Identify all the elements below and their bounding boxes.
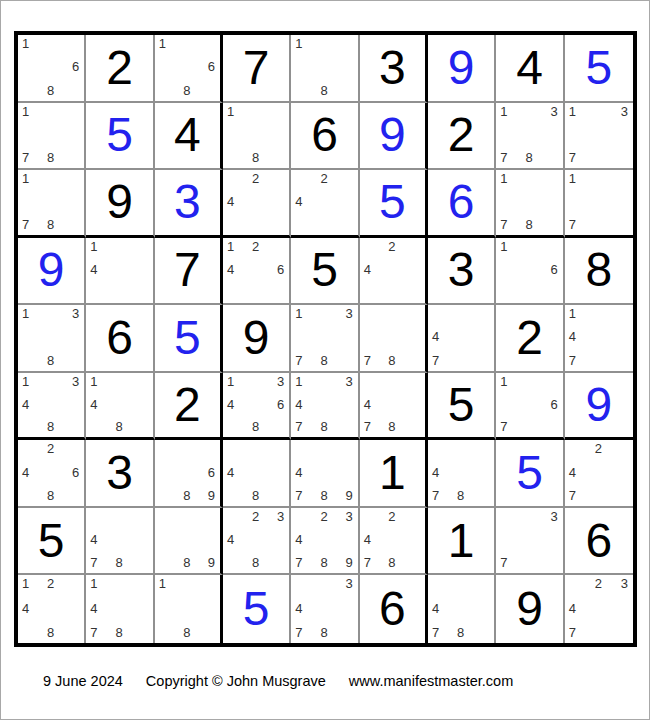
cell-r4c6[interactable]: 24 bbox=[360, 238, 428, 306]
candidate-digit: 7 bbox=[500, 556, 507, 569]
candidates: 4789 bbox=[295, 442, 352, 502]
candidate-digit: 1 bbox=[90, 375, 97, 388]
candidates: 1246 bbox=[227, 240, 284, 300]
cell-value: 9 bbox=[585, 381, 612, 429]
candidate-digit: 1 bbox=[22, 37, 29, 50]
candidate-digit: 3 bbox=[550, 105, 557, 118]
candidate-digit: 3 bbox=[345, 307, 352, 320]
candidate-digit: 1 bbox=[569, 307, 576, 320]
cell-r7c3[interactable]: 689 bbox=[155, 440, 223, 508]
cell-value: 5 bbox=[311, 246, 338, 294]
candidate-digit: 8 bbox=[183, 626, 190, 639]
candidate-digit: 3 bbox=[621, 105, 628, 118]
cell-r3c6[interactable]: 5 bbox=[360, 170, 428, 238]
candidate-digit: 4 bbox=[569, 466, 576, 479]
cell-value: 7 bbox=[174, 246, 201, 294]
candidate-digit: 8 bbox=[183, 84, 190, 97]
candidate-digit: 9 bbox=[208, 489, 215, 502]
candidate-digit: 4 bbox=[295, 466, 302, 479]
cell-r7c6[interactable]: 1 bbox=[360, 440, 428, 508]
cell-r9c1[interactable]: 1248 bbox=[18, 575, 86, 643]
candidate-digit: 1 bbox=[295, 37, 302, 50]
candidate-digit: 7 bbox=[500, 218, 507, 231]
candidate-digit: 1 bbox=[227, 240, 234, 253]
cell-r5c6[interactable]: 78 bbox=[360, 305, 428, 373]
candidate-digit: 3 bbox=[277, 510, 284, 523]
cell-r9c6[interactable]: 6 bbox=[360, 575, 428, 643]
cell-value: 6 bbox=[106, 314, 133, 362]
candidate-digit: 8 bbox=[47, 151, 54, 164]
cell-value: 2 bbox=[106, 44, 133, 92]
cell-r3c1[interactable]: 178 bbox=[18, 170, 86, 238]
footer: 9 June 2024 Copyright © John Musgrave ww… bbox=[43, 673, 513, 689]
cell-value: 9 bbox=[243, 314, 270, 362]
candidate-digit: 8 bbox=[320, 420, 327, 433]
cell-r5c3[interactable]: 5 bbox=[155, 305, 223, 373]
candidate-digit: 8 bbox=[115, 626, 122, 639]
cell-r4c3[interactable]: 7 bbox=[155, 238, 223, 306]
cell-r2c1[interactable]: 178 bbox=[18, 103, 86, 171]
cell-r1c1[interactable]: 168 bbox=[18, 35, 86, 103]
candidate-digit: 3 bbox=[277, 375, 284, 388]
candidates: 13468 bbox=[227, 375, 284, 434]
candidate-digit: 4 bbox=[569, 602, 576, 615]
cell-r8c9[interactable]: 6 bbox=[565, 508, 633, 576]
candidates: 178 bbox=[500, 172, 557, 231]
cell-value: 2 bbox=[516, 314, 543, 362]
candidate-digit: 3 bbox=[345, 510, 352, 523]
cell-value: 9 bbox=[38, 246, 65, 294]
candidate-digit: 4 bbox=[364, 533, 371, 546]
candidate-digit: 8 bbox=[47, 626, 54, 639]
candidate-digit: 7 bbox=[295, 489, 302, 502]
cell-value: 9 bbox=[516, 585, 543, 633]
candidate-digit: 7 bbox=[569, 151, 576, 164]
cell-r8c6[interactable]: 2478 bbox=[360, 508, 428, 576]
candidates: 78 bbox=[364, 307, 420, 367]
cell-r7c4[interactable]: 48 bbox=[223, 440, 291, 508]
cell-r6c6[interactable]: 478 bbox=[360, 373, 428, 441]
cell-r3c9[interactable]: 17 bbox=[565, 170, 633, 238]
candidate-digit: 7 bbox=[295, 420, 302, 433]
candidate-digit: 6 bbox=[208, 466, 215, 479]
candidates: 47 bbox=[432, 307, 489, 367]
candidate-digit: 3 bbox=[345, 375, 352, 388]
cell-r7c1[interactable]: 2468 bbox=[18, 440, 86, 508]
cell-r5c4[interactable]: 9 bbox=[223, 305, 291, 373]
candidate-digit: 4 bbox=[569, 330, 576, 343]
candidate-digit: 8 bbox=[388, 420, 395, 433]
candidates: 37 bbox=[500, 510, 557, 570]
candidate-digit: 8 bbox=[47, 420, 54, 433]
cell-value: 2 bbox=[448, 111, 475, 159]
cell-r5c7[interactable]: 47 bbox=[428, 305, 496, 373]
cell-r2c4[interactable]: 18 bbox=[223, 103, 291, 171]
candidate-digit: 1 bbox=[295, 375, 302, 388]
cell-r5c2[interactable]: 6 bbox=[86, 305, 154, 373]
cell-value: 5 bbox=[106, 111, 133, 159]
candidate-digit: 4 bbox=[227, 263, 234, 276]
sudoku-page: { "game": "sudoku", "position": { "curre… bbox=[0, 0, 650, 720]
cell-r7c9[interactable]: 247 bbox=[565, 440, 633, 508]
cell-r4c1[interactable]: 9 bbox=[18, 238, 86, 306]
candidate-digit: 1 bbox=[500, 375, 507, 388]
candidate-digit: 8 bbox=[252, 556, 259, 569]
cell-r6c5[interactable]: 13478 bbox=[291, 373, 359, 441]
candidate-digit: 1 bbox=[569, 105, 576, 118]
cell-r4c8[interactable]: 16 bbox=[496, 238, 564, 306]
cell-r6c2[interactable]: 148 bbox=[86, 373, 154, 441]
cell-r6c4[interactable]: 13468 bbox=[223, 373, 291, 441]
candidates: 137 bbox=[569, 105, 628, 165]
candidates: 478 bbox=[432, 577, 489, 639]
cell-r1c7[interactable]: 9 bbox=[428, 35, 496, 103]
cell-r7c2[interactable]: 3 bbox=[86, 440, 154, 508]
candidates: 2348 bbox=[227, 510, 284, 570]
candidate-digit: 7 bbox=[569, 354, 576, 367]
candidate-digit: 1 bbox=[22, 172, 29, 185]
cell-r6c3[interactable]: 2 bbox=[155, 373, 223, 441]
candidate-digit: 4 bbox=[295, 398, 302, 411]
candidate-digit: 3 bbox=[345, 577, 352, 590]
candidate-digit: 7 bbox=[432, 354, 439, 367]
candidate-digit: 4 bbox=[90, 533, 97, 546]
candidate-digit: 8 bbox=[47, 489, 54, 502]
candidate-digit: 6 bbox=[277, 398, 284, 411]
candidates: 24 bbox=[364, 240, 420, 300]
candidates: 89 bbox=[159, 510, 215, 570]
candidate-digit: 8 bbox=[115, 556, 122, 569]
candidate-digit: 7 bbox=[90, 556, 97, 569]
cell-value: 5 bbox=[516, 449, 543, 497]
cell-r3c3[interactable]: 3 bbox=[155, 170, 223, 238]
candidate-digit: 1 bbox=[227, 375, 234, 388]
cell-value: 5 bbox=[243, 585, 270, 633]
cell-r1c5[interactable]: 18 bbox=[291, 35, 359, 103]
cell-r9c8[interactable]: 9 bbox=[496, 575, 564, 643]
candidate-digit: 8 bbox=[47, 218, 54, 231]
candidate-digit: 8 bbox=[320, 489, 327, 502]
cell-value: 4 bbox=[174, 111, 201, 159]
candidate-digit: 4 bbox=[227, 533, 234, 546]
candidates: 148 bbox=[90, 375, 147, 434]
candidate-digit: 6 bbox=[72, 60, 79, 73]
cell-r2c7[interactable]: 2 bbox=[428, 103, 496, 171]
cell-r9c5[interactable]: 3478 bbox=[291, 575, 359, 643]
candidate-digit: 8 bbox=[252, 420, 259, 433]
candidate-digit: 7 bbox=[364, 556, 371, 569]
candidate-digit: 7 bbox=[364, 420, 371, 433]
candidate-digit: 9 bbox=[345, 489, 352, 502]
cell-value: 2 bbox=[174, 381, 201, 429]
cell-r1c4[interactable]: 7 bbox=[223, 35, 291, 103]
candidate-digit: 4 bbox=[22, 466, 29, 479]
candidate-digit: 1 bbox=[227, 105, 234, 118]
cell-value: 3 bbox=[174, 178, 201, 226]
cell-r2c5[interactable]: 6 bbox=[291, 103, 359, 171]
candidate-digit: 4 bbox=[227, 398, 234, 411]
cell-r3c8[interactable]: 178 bbox=[496, 170, 564, 238]
candidate-digit: 3 bbox=[72, 307, 79, 320]
cell-value: 8 bbox=[585, 246, 612, 294]
candidates: 168 bbox=[159, 37, 215, 97]
candidates: 2468 bbox=[22, 442, 79, 502]
candidate-digit: 7 bbox=[22, 218, 29, 231]
candidate-digit: 3 bbox=[621, 577, 628, 590]
cell-r2c3[interactable]: 4 bbox=[155, 103, 223, 171]
candidate-digit: 4 bbox=[295, 602, 302, 615]
cell-value: 9 bbox=[448, 44, 475, 92]
candidates: 16 bbox=[500, 240, 557, 300]
footer-date: 9 June 2024 bbox=[43, 673, 123, 689]
cell-r2c6[interactable]: 9 bbox=[360, 103, 428, 171]
candidate-digit: 4 bbox=[90, 602, 97, 615]
candidates: 247 bbox=[569, 442, 628, 502]
candidate-digit: 7 bbox=[500, 151, 507, 164]
candidate-digit: 3 bbox=[72, 375, 79, 388]
candidate-digit: 9 bbox=[345, 556, 352, 569]
cell-value: 5 bbox=[379, 178, 406, 226]
cell-r2c2[interactable]: 5 bbox=[86, 103, 154, 171]
candidate-digit: 8 bbox=[457, 626, 464, 639]
footer-copyright: Copyright © John Musgrave bbox=[146, 673, 326, 689]
candidate-digit: 8 bbox=[320, 354, 327, 367]
candidate-digit: 1 bbox=[90, 240, 97, 253]
cell-r1c6[interactable]: 3 bbox=[360, 35, 428, 103]
cell-value: 5 bbox=[174, 314, 201, 362]
candidate-digit: 2 bbox=[388, 240, 395, 253]
candidate-digit: 7 bbox=[432, 626, 439, 639]
cell-r7c7[interactable]: 478 bbox=[428, 440, 496, 508]
cell-r3c4[interactable]: 24 bbox=[223, 170, 291, 238]
cell-r9c2[interactable]: 1478 bbox=[86, 575, 154, 643]
cell-r3c2[interactable]: 9 bbox=[86, 170, 154, 238]
cell-r4c5[interactable]: 5 bbox=[291, 238, 359, 306]
candidate-digit: 2 bbox=[252, 172, 259, 185]
cell-r5c5[interactable]: 1378 bbox=[291, 305, 359, 373]
cell-r3c7[interactable]: 6 bbox=[428, 170, 496, 238]
candidate-digit: 2 bbox=[595, 442, 602, 455]
candidate-digit: 1 bbox=[22, 577, 29, 590]
candidates: 48 bbox=[227, 442, 284, 502]
cell-r6c7[interactable]: 5 bbox=[428, 373, 496, 441]
candidate-digit: 7 bbox=[569, 626, 576, 639]
cell-r7c5[interactable]: 4789 bbox=[291, 440, 359, 508]
cell-value: 7 bbox=[243, 44, 270, 92]
candidate-digit: 4 bbox=[432, 330, 439, 343]
candidate-digit: 7 bbox=[432, 489, 439, 502]
candidates: 24 bbox=[227, 172, 284, 231]
candidate-digit: 2 bbox=[595, 577, 602, 590]
candidate-digit: 8 bbox=[47, 354, 54, 367]
cell-r8c4[interactable]: 2348 bbox=[223, 508, 291, 576]
candidate-digit: 8 bbox=[115, 420, 122, 433]
candidate-digit: 1 bbox=[500, 105, 507, 118]
candidate-digit: 6 bbox=[277, 263, 284, 276]
cell-r8c8[interactable]: 37 bbox=[496, 508, 564, 576]
cell-value: 6 bbox=[311, 111, 338, 159]
candidate-digit: 4 bbox=[227, 466, 234, 479]
candidate-digit: 8 bbox=[320, 626, 327, 639]
candidate-digit: 8 bbox=[183, 489, 190, 502]
cell-r1c9[interactable]: 5 bbox=[565, 35, 633, 103]
candidate-digit: 4 bbox=[22, 602, 29, 615]
candidate-digit: 1 bbox=[22, 105, 29, 118]
candidate-digit: 4 bbox=[295, 195, 302, 208]
candidate-digit: 6 bbox=[550, 263, 557, 276]
footer-website: www.manifestmaster.com bbox=[349, 673, 513, 689]
candidate-digit: 4 bbox=[90, 263, 97, 276]
candidate-digit: 8 bbox=[525, 151, 532, 164]
candidates: 167 bbox=[500, 375, 557, 434]
candidates: 478 bbox=[432, 442, 489, 502]
cell-value: 1 bbox=[448, 517, 475, 565]
cell-r8c2[interactable]: 478 bbox=[86, 508, 154, 576]
candidates: 3478 bbox=[295, 577, 352, 639]
cell-r4c2[interactable]: 14 bbox=[86, 238, 154, 306]
candidate-digit: 1 bbox=[159, 37, 166, 50]
candidate-digit: 4 bbox=[295, 533, 302, 546]
candidate-digit: 1 bbox=[500, 240, 507, 253]
candidate-digit: 2 bbox=[47, 442, 54, 455]
cell-r5c8[interactable]: 2 bbox=[496, 305, 564, 373]
candidate-digit: 8 bbox=[388, 556, 395, 569]
candidates: 24 bbox=[295, 172, 352, 231]
cell-r8c1[interactable]: 5 bbox=[18, 508, 86, 576]
candidate-digit: 8 bbox=[388, 354, 395, 367]
cell-r5c1[interactable]: 138 bbox=[18, 305, 86, 373]
candidate-digit: 7 bbox=[295, 354, 302, 367]
candidate-digit: 8 bbox=[252, 151, 259, 164]
candidates: 18 bbox=[295, 37, 352, 97]
candidates: 13478 bbox=[295, 375, 352, 434]
candidates: 1378 bbox=[500, 105, 557, 165]
candidate-digit: 6 bbox=[72, 466, 79, 479]
candidate-digit: 4 bbox=[432, 602, 439, 615]
candidates: 478 bbox=[364, 375, 420, 434]
cell-r4c9[interactable]: 8 bbox=[565, 238, 633, 306]
cell-value: 5 bbox=[38, 517, 65, 565]
candidate-digit: 8 bbox=[320, 556, 327, 569]
candidate-digit: 1 bbox=[22, 307, 29, 320]
candidate-digit: 1 bbox=[500, 172, 507, 185]
candidate-digit: 7 bbox=[295, 556, 302, 569]
candidate-digit: 4 bbox=[22, 398, 29, 411]
cell-r9c9[interactable]: 2347 bbox=[565, 575, 633, 643]
cell-value: 5 bbox=[585, 44, 612, 92]
cell-value: 9 bbox=[106, 178, 133, 226]
cell-r4c4[interactable]: 1246 bbox=[223, 238, 291, 306]
candidates: 1248 bbox=[22, 577, 79, 639]
candidate-digit: 7 bbox=[569, 489, 576, 502]
candidate-digit: 9 bbox=[208, 556, 215, 569]
candidate-digit: 4 bbox=[432, 466, 439, 479]
candidates: 178 bbox=[22, 105, 79, 165]
cell-value: 1 bbox=[379, 449, 406, 497]
candidates: 17 bbox=[569, 172, 628, 231]
candidates: 2478 bbox=[364, 510, 420, 570]
cell-value: 6 bbox=[448, 178, 475, 226]
cell-value: 4 bbox=[516, 44, 543, 92]
cell-value: 3 bbox=[379, 44, 406, 92]
candidates: 14 bbox=[90, 240, 147, 300]
cell-r2c9[interactable]: 137 bbox=[565, 103, 633, 171]
cell-r7c8[interactable]: 5 bbox=[496, 440, 564, 508]
cell-r8c7[interactable]: 1 bbox=[428, 508, 496, 576]
candidate-digit: 8 bbox=[320, 84, 327, 97]
candidate-digit: 4 bbox=[364, 263, 371, 276]
cell-r8c3[interactable]: 89 bbox=[155, 508, 223, 576]
candidates: 178 bbox=[22, 172, 79, 231]
candidates: 168 bbox=[22, 37, 79, 97]
cell-r1c2[interactable]: 2 bbox=[86, 35, 154, 103]
candidate-digit: 7 bbox=[90, 626, 97, 639]
cell-value: 5 bbox=[448, 381, 475, 429]
cell-r1c3[interactable]: 168 bbox=[155, 35, 223, 103]
cell-r4c7[interactable]: 3 bbox=[428, 238, 496, 306]
candidate-digit: 8 bbox=[525, 218, 532, 231]
candidate-digit: 1 bbox=[22, 375, 29, 388]
candidate-digit: 1 bbox=[159, 577, 166, 590]
candidate-digit: 4 bbox=[227, 195, 234, 208]
candidate-digit: 7 bbox=[22, 151, 29, 164]
candidate-digit: 6 bbox=[208, 60, 215, 73]
cell-r9c4[interactable]: 5 bbox=[223, 575, 291, 643]
cell-r3c5[interactable]: 24 bbox=[291, 170, 359, 238]
cell-r5c9[interactable]: 147 bbox=[565, 305, 633, 373]
candidates: 138 bbox=[22, 307, 79, 367]
candidates: 689 bbox=[159, 442, 215, 502]
candidates: 1348 bbox=[22, 375, 79, 434]
candidate-digit: 2 bbox=[320, 172, 327, 185]
candidate-digit: 8 bbox=[183, 556, 190, 569]
candidates: 1478 bbox=[90, 577, 147, 639]
cell-value: 3 bbox=[106, 449, 133, 497]
candidate-digit: 2 bbox=[252, 240, 259, 253]
candidate-digit: 1 bbox=[90, 577, 97, 590]
cell-value: 6 bbox=[585, 517, 612, 565]
candidate-digit: 7 bbox=[500, 420, 507, 433]
candidate-digit: 7 bbox=[295, 626, 302, 639]
candidates: 18 bbox=[227, 105, 284, 165]
candidates: 18 bbox=[159, 577, 215, 639]
cell-r1c8[interactable]: 4 bbox=[496, 35, 564, 103]
cell-r9c7[interactable]: 478 bbox=[428, 575, 496, 643]
cell-r9c3[interactable]: 18 bbox=[155, 575, 223, 643]
candidate-digit: 2 bbox=[388, 510, 395, 523]
candidates: 478 bbox=[90, 510, 147, 570]
candidate-digit: 4 bbox=[364, 398, 371, 411]
candidate-digit: 8 bbox=[457, 489, 464, 502]
candidates: 1378 bbox=[295, 307, 352, 367]
candidate-digit: 7 bbox=[364, 354, 371, 367]
candidate-digit: 3 bbox=[550, 510, 557, 523]
cell-r6c9[interactable]: 9 bbox=[565, 373, 633, 441]
sudoku-grid: 1682168718394517854186921378137178932424… bbox=[14, 31, 637, 647]
cell-value: 9 bbox=[379, 111, 406, 159]
candidate-digit: 2 bbox=[252, 510, 259, 523]
cell-r6c8[interactable]: 167 bbox=[496, 373, 564, 441]
candidate-digit: 6 bbox=[550, 398, 557, 411]
candidate-digit: 8 bbox=[252, 489, 259, 502]
candidate-digit: 8 bbox=[47, 84, 54, 97]
cell-r6c1[interactable]: 1348 bbox=[18, 373, 86, 441]
candidates: 234789 bbox=[295, 510, 352, 570]
cell-r8c5[interactable]: 234789 bbox=[291, 508, 359, 576]
candidate-digit: 4 bbox=[90, 398, 97, 411]
cell-r2c8[interactable]: 1378 bbox=[496, 103, 564, 171]
candidate-digit: 1 bbox=[569, 172, 576, 185]
